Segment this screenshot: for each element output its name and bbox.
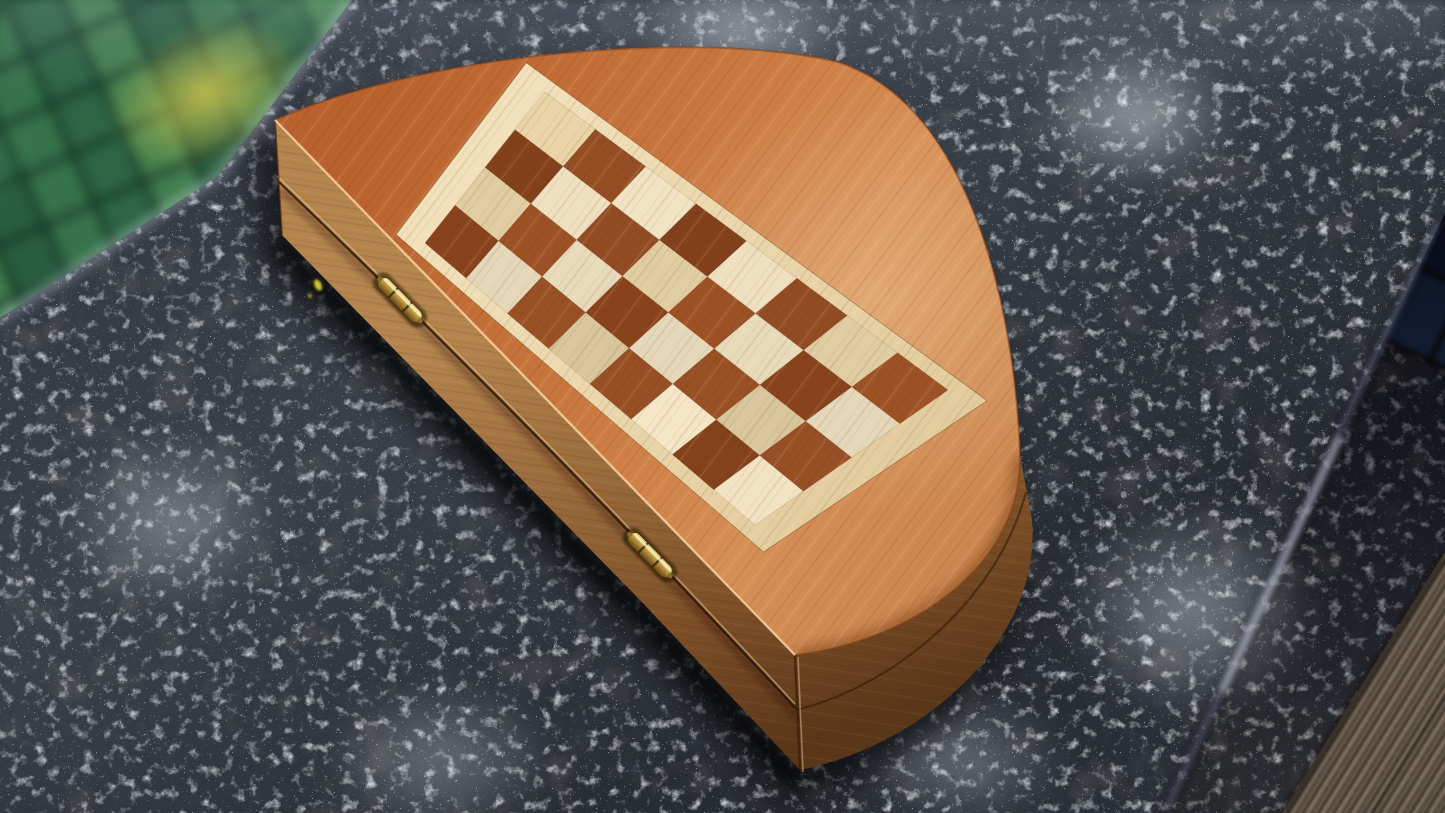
checker-square-r2c1 [499, 204, 577, 277]
checker-square-r0c5 [756, 278, 848, 350]
checker-square-r0c4 [707, 241, 797, 314]
counter-edge-shadow [1166, 222, 1438, 810]
checker-square-r0c3 [659, 204, 746, 277]
checker-square-r3c1 [466, 241, 542, 314]
checker-square-r2c3 [586, 276, 669, 348]
checker-square-r2c6 [716, 385, 806, 456]
checker-square-r2c5 [673, 349, 760, 420]
checker-square-r0c0 [515, 92, 595, 167]
checker-square-r0c2 [611, 167, 696, 241]
brass-hinge-top [369, 269, 431, 332]
lapis-strip-shadow [0, 0, 1445, 813]
chess-box [0, 0, 1445, 813]
front-corner-edge [795, 655, 800, 770]
brass-hinge-bottom [619, 524, 681, 587]
seam-shadow [281, 190, 799, 718]
wood-decking [0, 0, 1445, 813]
lapis-mosaic-strip [0, 0, 1445, 813]
checker-square-r1c7 [806, 387, 900, 458]
granite-glare [60, 430, 280, 610]
granite-marbling [0, 0, 1445, 813]
box-side-faces [275, 47, 1033, 772]
checker-square-r0c1 [563, 129, 646, 203]
granite-glare [320, 680, 560, 813]
checker-square-r3c2 [508, 277, 586, 349]
granite-glare [630, 0, 850, 90]
background-blur-haze [0, 0, 1445, 95]
checker-square-r1c1 [531, 167, 611, 241]
checker-square-r2c0 [455, 168, 531, 242]
leaf-fleck [308, 278, 324, 298]
checker-square-r3c6 [673, 420, 760, 490]
fold-seam-curved [797, 492, 1026, 710]
checker-square-r1c0 [485, 130, 563, 204]
deck-beam-line [1284, 556, 1445, 813]
vignette [0, 0, 1445, 813]
granite-veins [0, 0, 1445, 813]
checkerboard-inlay [396, 63, 987, 552]
fold-seam [279, 182, 797, 710]
left-corner-edge [275, 120, 282, 235]
granite-glare [1030, 40, 1240, 190]
lid-edge-highlight [277, 176, 795, 704]
checker-square-r2c4 [629, 313, 714, 385]
checker-square-r2c2 [542, 240, 622, 313]
checker-square-r1c4 [668, 277, 755, 349]
checker-square-r2c7 [760, 421, 852, 491]
granite-glare [850, 690, 1070, 813]
box-cast-shadow [253, 68, 1025, 802]
wood-decking-shade [0, 0, 1445, 813]
checker-square-r3c5 [631, 384, 716, 455]
granite-countertop [0, 0, 1445, 813]
photo-scene [0, 0, 1445, 813]
front-corner-glint [798, 657, 803, 772]
checker-square-r3c4 [590, 348, 673, 419]
pool-edge-highlight [0, 0, 352, 318]
checker-square-r3c0 [425, 205, 499, 278]
flat-edge-arris [275, 120, 795, 655]
granite-mottle [0, 0, 1445, 813]
granite-glare [1060, 500, 1320, 720]
wood-grain-overlay [275, 47, 1020, 655]
checker-square-r3c3 [549, 313, 629, 385]
maple-border [396, 63, 987, 552]
checker-square-r1c2 [577, 203, 660, 276]
box-contact-shadow [278, 245, 796, 780]
checker-square-r1c6 [760, 350, 852, 421]
curved-rim-line [275, 47, 1020, 655]
checker-square-r3c7 [714, 456, 804, 526]
counter-edge-glint [1222, 437, 1340, 692]
checker-square-r0c7 [852, 353, 948, 424]
checker-square-r0c6 [804, 316, 898, 388]
checker-square-r1c3 [622, 240, 707, 313]
granite-specks [0, 0, 1445, 813]
counter-edge-highlight [1166, 222, 1438, 810]
box-top-face [275, 47, 1150, 655]
checker-square-r1c5 [714, 314, 804, 386]
pool-tiles-mosaic [0, 0, 480, 420]
granite-base [0, 0, 1445, 813]
